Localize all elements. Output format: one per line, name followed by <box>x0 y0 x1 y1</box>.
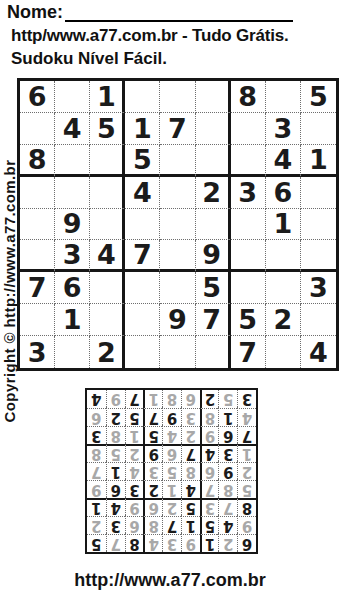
puzzle-cell-r6c5[interactable] <box>160 240 195 272</box>
puzzle-cell-r1c6[interactable] <box>196 81 231 113</box>
solution-cell-r9c6: 1 <box>143 390 162 408</box>
solution-cell-r2c8: 3 <box>106 516 125 534</box>
solution-cell-r3c8: 4 <box>106 498 125 516</box>
puzzle-cell-r7c8[interactable] <box>266 272 301 304</box>
solution-cell-r3c7: 9 <box>125 498 144 516</box>
puzzle-cell-r5c4[interactable] <box>125 209 160 241</box>
solution-cell-r5c7: 4 <box>125 462 144 480</box>
solution-cell-r9c3: 2 <box>200 390 219 408</box>
puzzle-cell-r6c4[interactable]: 7 <box>125 240 160 272</box>
copyright-text: Copyright © http://www.a77.com.br <box>1 145 17 437</box>
puzzle-cell-r3c9[interactable]: 1 <box>301 145 336 177</box>
solution-cell-r6c1: 1 <box>237 444 256 462</box>
name-row: Nome: <box>7 2 293 22</box>
solution-cell-r8c4: 3 <box>181 408 200 426</box>
puzzle-cell-r7c9[interactable]: 3 <box>301 272 336 304</box>
puzzle-cell-r6c6[interactable]: 9 <box>196 240 231 272</box>
solution-cell-r8c1: 4 <box>237 408 256 426</box>
solution-cell-r3c2: 7 <box>218 498 237 516</box>
solution-cell-r3c4: 5 <box>181 498 200 516</box>
puzzle-cell-r9c4[interactable] <box>125 336 160 368</box>
solution-cell-r7c9: 3 <box>87 426 106 444</box>
solution-cell-r7c4: 2 <box>181 426 200 444</box>
solution-cell-r8c9: 6 <box>87 408 106 426</box>
footer-url: http://www.a77.com.br <box>0 570 340 591</box>
name-label: Nome: <box>7 2 63 22</box>
solution-cell-r3c9: 1 <box>87 498 106 516</box>
puzzle-cell-r4c4[interactable]: 4 <box>125 177 160 209</box>
puzzle-cell-r3c3[interactable] <box>90 145 125 177</box>
solution-cell-r5c3: 6 <box>200 462 219 480</box>
puzzle-cell-r4c2[interactable] <box>55 177 90 209</box>
puzzle-cell-r3c4[interactable]: 5 <box>125 145 160 177</box>
solution-cell-r7c1: 7 <box>237 426 256 444</box>
puzzle-cell-r6c1[interactable] <box>20 240 55 272</box>
solution-cell-r4c1: 5 <box>237 480 256 498</box>
solution-cell-r2c5: 7 <box>162 516 181 534</box>
solution-cell-r2c4: 1 <box>181 516 200 534</box>
puzzle-cell-r9c2[interactable] <box>55 336 90 368</box>
solution-cell-r4c7: 3 <box>125 480 144 498</box>
solution-cell-r5c1: 2 <box>237 462 256 480</box>
solution-cell-r6c2: 3 <box>218 444 237 462</box>
puzzle-cell-r2c6[interactable] <box>196 113 231 145</box>
puzzle-cell-r5c7[interactable] <box>231 209 266 241</box>
puzzle-cell-r3c1[interactable]: 8 <box>20 145 55 177</box>
puzzle-cell-r9c3[interactable]: 2 <box>90 336 125 368</box>
puzzle-cell-r2c1[interactable] <box>20 113 55 145</box>
solution-cell-r8c2: 1 <box>218 408 237 426</box>
puzzle-cell-r5c3[interactable] <box>90 209 125 241</box>
puzzle-cell-r9c9[interactable]: 4 <box>301 336 336 368</box>
solution-cell-r6c9: 8 <box>87 444 106 462</box>
puzzle-cell-r2c4[interactable]: 1 <box>125 113 160 145</box>
solution-cell-r6c6: 9 <box>143 444 162 462</box>
solution-cell-r7c3: 9 <box>200 426 219 444</box>
puzzle-cell-r1c8[interactable] <box>266 81 301 113</box>
puzzle-cell-r6c3[interactable]: 4 <box>90 240 125 272</box>
difficulty-header: Sudoku Nível Fácil. <box>11 49 167 69</box>
puzzle-cell-r1c3[interactable]: 1 <box>90 81 125 113</box>
solution-cell-r5c6: 3 <box>143 462 162 480</box>
solution-cell-r1c6: 4 <box>143 534 162 552</box>
puzzle-cell-r6c8[interactable] <box>266 240 301 272</box>
puzzle-cell-r7c3[interactable] <box>90 272 125 304</box>
puzzle-cell-r7c6[interactable]: 5 <box>196 272 231 304</box>
puzzle-cell-r5c8[interactable]: 1 <box>266 209 301 241</box>
puzzle-grid: 618545173854142369134797653197523274 <box>17 78 339 371</box>
solution-cell-r5c5: 5 <box>162 462 181 480</box>
puzzle-cell-r4c6[interactable]: 2 <box>196 177 231 209</box>
puzzle-cell-r7c4[interactable] <box>125 272 160 304</box>
puzzle-cell-r8c2[interactable]: 1 <box>55 304 90 336</box>
puzzle-cell-r4c3[interactable] <box>90 177 125 209</box>
solution-cell-r6c4: 7 <box>181 444 200 462</box>
solution-cell-r5c2: 9 <box>218 462 237 480</box>
puzzle-cell-r3c7[interactable] <box>231 145 266 177</box>
solution-cell-r9c8: 9 <box>106 390 125 408</box>
puzzle-cell-r2c3[interactable]: 5 <box>90 113 125 145</box>
puzzle-cell-r8c1[interactable] <box>20 304 55 336</box>
puzzle-cell-r7c7[interactable] <box>231 272 266 304</box>
solution-cell-r8c8: 2 <box>106 408 125 426</box>
puzzle-cell-r4c7[interactable]: 3 <box>231 177 266 209</box>
solution-cell-r4c5: 1 <box>162 480 181 498</box>
solution-cell-r2c9: 2 <box>87 516 106 534</box>
solution-cell-r2c6: 8 <box>143 516 162 534</box>
puzzle-cell-r5c6[interactable] <box>196 209 231 241</box>
solution-cell-r5c4: 8 <box>181 462 200 480</box>
solution-cell-r5c8: 1 <box>106 462 125 480</box>
puzzle-cell-r5c9[interactable] <box>301 209 336 241</box>
solution-cell-r9c4: 6 <box>181 390 200 408</box>
solution-cell-r8c7: 5 <box>125 408 144 426</box>
solution-cell-r1c3: 1 <box>200 534 219 552</box>
puzzle-cell-r1c5[interactable] <box>160 81 195 113</box>
puzzle-cell-r3c2[interactable] <box>55 145 90 177</box>
solution-cell-r1c7: 8 <box>125 534 144 552</box>
solution-cell-r2c1: 9 <box>237 516 256 534</box>
solution-cell-r4c4: 4 <box>181 480 200 498</box>
solution-cell-r7c2: 6 <box>218 426 237 444</box>
puzzle-cell-r2c8[interactable]: 3 <box>266 113 301 145</box>
puzzle-cell-r9c8[interactable] <box>266 336 301 368</box>
solution-cell-r8c3: 8 <box>200 408 219 426</box>
puzzle-cell-r8c4[interactable] <box>125 304 160 336</box>
solution-cell-r4c9: 9 <box>87 480 106 498</box>
solution-cell-r9c5: 8 <box>162 390 181 408</box>
solution-cell-r1c8: 7 <box>106 534 125 552</box>
puzzle-cell-r1c9[interactable]: 5 <box>301 81 336 113</box>
solution-cell-r1c5: 3 <box>162 534 181 552</box>
solution-cell-r6c3: 4 <box>200 444 219 462</box>
puzzle-cell-r1c7[interactable]: 8 <box>231 81 266 113</box>
solution-cell-r4c6: 2 <box>143 480 162 498</box>
puzzle-cell-r8c6[interactable]: 7 <box>196 304 231 336</box>
puzzle-cell-r2c5[interactable]: 7 <box>160 113 195 145</box>
solution-cell-r1c2: 2 <box>218 534 237 552</box>
puzzle-cell-r6c7[interactable] <box>231 240 266 272</box>
solution-cell-r7c5: 4 <box>162 426 181 444</box>
puzzle-cell-r9c7[interactable]: 7 <box>231 336 266 368</box>
solution-cell-r3c1: 8 <box>237 498 256 516</box>
solution-cell-r9c9: 4 <box>87 390 106 408</box>
solution-cell-r1c1: 6 <box>237 534 256 552</box>
puzzle-cell-r8c7[interactable]: 5 <box>231 304 266 336</box>
puzzle-cell-r5c1[interactable] <box>20 209 55 241</box>
solution-cell-r6c7: 2 <box>125 444 144 462</box>
puzzle-cell-r9c5[interactable] <box>160 336 195 368</box>
solution-cell-r2c7: 6 <box>125 516 144 534</box>
solution-cell-r8c6: 7 <box>143 408 162 426</box>
puzzle-cell-r1c1[interactable]: 6 <box>20 81 55 113</box>
solution-cell-r4c2: 8 <box>218 480 237 498</box>
puzzle-cell-r6c9[interactable] <box>301 240 336 272</box>
solution-cell-r3c5: 2 <box>162 498 181 516</box>
puzzle-cell-r9c1[interactable]: 3 <box>20 336 55 368</box>
solution-cell-r3c3: 3 <box>200 498 219 516</box>
puzzle-cell-r2c9[interactable] <box>301 113 336 145</box>
solution-cell-r9c2: 5 <box>218 390 237 408</box>
solution-cell-r2c2: 4 <box>218 516 237 534</box>
puzzle-cell-r4c8[interactable]: 6 <box>266 177 301 209</box>
solution-cell-r9c7: 7 <box>125 390 144 408</box>
puzzle-cell-r7c2[interactable]: 6 <box>55 272 90 304</box>
solution-cell-r7c6: 5 <box>143 426 162 444</box>
puzzle-cell-r7c1[interactable]: 7 <box>20 272 55 304</box>
puzzle-cell-r8c9[interactable] <box>301 304 336 336</box>
puzzle-cell-r7c5[interactable] <box>160 272 195 304</box>
solution-cell-r5c9: 7 <box>87 462 106 480</box>
puzzle-cell-r2c7[interactable] <box>231 113 266 145</box>
puzzle-cell-r1c4[interactable] <box>125 81 160 113</box>
puzzle-cell-r8c3[interactable] <box>90 304 125 336</box>
solution-cell-r9c1: 3 <box>237 390 256 408</box>
solution-cell-r2c3: 5 <box>200 516 219 534</box>
puzzle-cell-r8c8[interactable]: 2 <box>266 304 301 336</box>
solution-cell-r8c5: 9 <box>162 408 181 426</box>
puzzle-cell-r1c2[interactable] <box>55 81 90 113</box>
solution-cell-r7c7: 1 <box>125 426 144 444</box>
puzzle-cell-r5c5[interactable] <box>160 209 195 241</box>
site-header: http/www.a77.com.br - Tudo Grátis. <box>11 26 289 46</box>
puzzle-cell-r2c2[interactable]: 4 <box>55 113 90 145</box>
solution-cell-r1c9: 5 <box>87 534 106 552</box>
solution-cell-r6c5: 6 <box>162 444 181 462</box>
puzzle-cell-r9c6[interactable] <box>196 336 231 368</box>
puzzle-cell-r8c5[interactable]: 9 <box>160 304 195 336</box>
solution-cell-r6c8: 5 <box>106 444 125 462</box>
name-underline <box>65 2 293 22</box>
solution-cell-r4c3: 7 <box>200 480 219 498</box>
solution-grid: 6219348759451786328735269415874123692968… <box>85 388 258 554</box>
puzzle-cell-r3c5[interactable] <box>160 145 195 177</box>
puzzle-cell-r5c2[interactable]: 9 <box>55 209 90 241</box>
solution-cell-r4c8: 6 <box>106 480 125 498</box>
puzzle-cell-r4c1[interactable] <box>20 177 55 209</box>
puzzle-cell-r3c6[interactable] <box>196 145 231 177</box>
puzzle-cell-r3c8[interactable]: 4 <box>266 145 301 177</box>
puzzle-cell-r4c5[interactable] <box>160 177 195 209</box>
puzzle-cell-r4c9[interactable] <box>301 177 336 209</box>
solution-cell-r7c8: 8 <box>106 426 125 444</box>
puzzle-cell-r6c2[interactable]: 3 <box>55 240 90 272</box>
solution-cell-r1c4: 9 <box>181 534 200 552</box>
solution-cell-r3c6: 6 <box>143 498 162 516</box>
